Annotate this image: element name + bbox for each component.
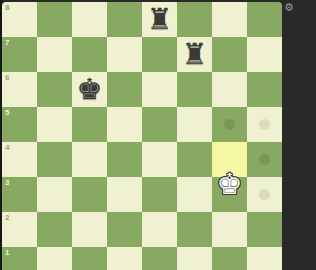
square-g2[interactable] bbox=[212, 212, 247, 247]
square-e7[interactable] bbox=[142, 37, 177, 72]
square-e8[interactable]: ♜ bbox=[142, 2, 177, 37]
square-c2[interactable] bbox=[72, 212, 107, 247]
square-d3[interactable] bbox=[107, 177, 142, 212]
square-e2[interactable] bbox=[142, 212, 177, 247]
square-f1[interactable] bbox=[177, 247, 212, 270]
square-a3[interactable]: 3 bbox=[2, 177, 37, 212]
move-hint-dot-g5 bbox=[224, 119, 235, 130]
square-c1[interactable] bbox=[72, 247, 107, 270]
move-hint-dot-h5 bbox=[259, 119, 270, 130]
square-c6[interactable]: ♚ bbox=[72, 72, 107, 107]
app-background: 8♜7♜6♚543♚21 ⚙ bbox=[0, 0, 316, 270]
square-b8[interactable] bbox=[37, 2, 72, 37]
square-c4[interactable] bbox=[72, 142, 107, 177]
square-e5[interactable] bbox=[142, 107, 177, 142]
square-e3[interactable] bbox=[142, 177, 177, 212]
square-h1[interactable] bbox=[247, 247, 282, 270]
square-e1[interactable] bbox=[142, 247, 177, 270]
square-g7[interactable] bbox=[212, 37, 247, 72]
square-d8[interactable] bbox=[107, 2, 142, 37]
rank-label-2: 2 bbox=[5, 213, 9, 222]
white-king-g3[interactable]: ♚ bbox=[217, 167, 243, 202]
square-b4[interactable] bbox=[37, 142, 72, 177]
square-e6[interactable] bbox=[142, 72, 177, 107]
square-b7[interactable] bbox=[37, 37, 72, 72]
rank-label-7: 7 bbox=[5, 38, 9, 47]
square-f4[interactable] bbox=[177, 142, 212, 177]
chess-board[interactable]: 8♜7♜6♚543♚21 bbox=[2, 2, 282, 270]
square-g3[interactable]: ♚ bbox=[212, 177, 247, 212]
square-g6[interactable] bbox=[212, 72, 247, 107]
rank-label-5: 5 bbox=[5, 108, 9, 117]
square-c8[interactable] bbox=[72, 2, 107, 37]
square-h2[interactable] bbox=[247, 212, 282, 247]
square-f6[interactable] bbox=[177, 72, 212, 107]
square-d4[interactable] bbox=[107, 142, 142, 177]
square-f3[interactable] bbox=[177, 177, 212, 212]
square-h4[interactable] bbox=[247, 142, 282, 177]
square-f2[interactable] bbox=[177, 212, 212, 247]
rank-label-8: 8 bbox=[5, 3, 9, 12]
rank-label-4: 4 bbox=[5, 143, 9, 152]
square-d2[interactable] bbox=[107, 212, 142, 247]
square-b5[interactable] bbox=[37, 107, 72, 142]
square-a2[interactable]: 2 bbox=[2, 212, 37, 247]
square-h6[interactable] bbox=[247, 72, 282, 107]
square-e4[interactable] bbox=[142, 142, 177, 177]
rank-label-1: 1 bbox=[5, 248, 9, 257]
square-g8[interactable] bbox=[212, 2, 247, 37]
square-a6[interactable]: 6 bbox=[2, 72, 37, 107]
square-a4[interactable]: 4 bbox=[2, 142, 37, 177]
black-king-c6[interactable]: ♚ bbox=[77, 72, 103, 107]
square-b6[interactable] bbox=[37, 72, 72, 107]
square-d6[interactable] bbox=[107, 72, 142, 107]
square-a5[interactable]: 5 bbox=[2, 107, 37, 142]
square-c3[interactable] bbox=[72, 177, 107, 212]
square-d5[interactable] bbox=[107, 107, 142, 142]
square-b3[interactable] bbox=[37, 177, 72, 212]
square-c7[interactable] bbox=[72, 37, 107, 72]
black-rook-f7[interactable]: ♜ bbox=[182, 37, 208, 72]
square-h5[interactable] bbox=[247, 107, 282, 142]
square-g5[interactable] bbox=[212, 107, 247, 142]
square-g1[interactable] bbox=[212, 247, 247, 270]
square-f5[interactable] bbox=[177, 107, 212, 142]
square-c5[interactable] bbox=[72, 107, 107, 142]
square-h8[interactable] bbox=[247, 2, 282, 37]
rank-label-6: 6 bbox=[5, 73, 9, 82]
move-hint-dot-h3 bbox=[259, 189, 270, 200]
square-d7[interactable] bbox=[107, 37, 142, 72]
square-a8[interactable]: 8 bbox=[2, 2, 37, 37]
square-h3[interactable] bbox=[247, 177, 282, 212]
square-b1[interactable] bbox=[37, 247, 72, 270]
square-f7[interactable]: ♜ bbox=[177, 37, 212, 72]
settings-gear-icon[interactable]: ⚙ bbox=[284, 0, 294, 15]
square-a1[interactable]: 1 bbox=[2, 247, 37, 270]
square-d1[interactable] bbox=[107, 247, 142, 270]
rank-label-3: 3 bbox=[5, 178, 9, 187]
square-b2[interactable] bbox=[37, 212, 72, 247]
square-f8[interactable] bbox=[177, 2, 212, 37]
move-hint-dot-h4 bbox=[259, 154, 270, 165]
black-rook-e8[interactable]: ♜ bbox=[147, 2, 173, 37]
square-h7[interactable] bbox=[247, 37, 282, 72]
square-a7[interactable]: 7 bbox=[2, 37, 37, 72]
